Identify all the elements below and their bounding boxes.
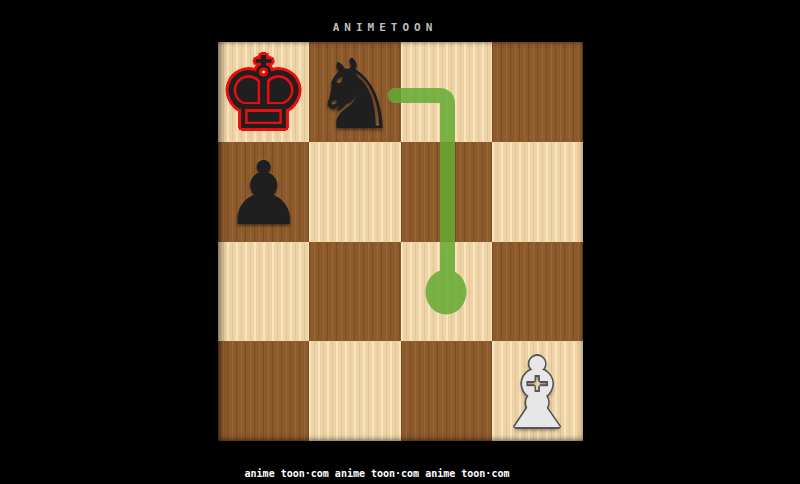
board-square[interactable] — [492, 142, 583, 242]
chess-board: ♚ ♞ ♟ ♝ — [218, 42, 583, 441]
site-title: ANIMETOON — [0, 21, 785, 34]
black-king[interactable]: ♚ — [219, 44, 309, 144]
black-pawn[interactable]: ♟ — [224, 150, 303, 238]
board-square[interactable]: ♟ — [218, 142, 309, 242]
app-window: ANIMETOON ♚ ♞ ♟ ♝ — [0, 0, 800, 484]
board-square[interactable]: ♚ — [218, 42, 309, 142]
board-square[interactable] — [401, 42, 492, 142]
black-knight[interactable]: ♞ — [311, 46, 398, 143]
watermark-line-1: anime toon·com anime toon·com anime toon… — [0, 470, 777, 478]
board-square[interactable] — [218, 242, 309, 342]
watermark-text: anime toon·com anime toon·com anime toon… — [0, 454, 800, 484]
board-square[interactable] — [218, 341, 309, 441]
board-square[interactable] — [401, 341, 492, 441]
board-square[interactable]: ♝ — [492, 341, 583, 441]
board-square[interactable] — [492, 42, 583, 142]
board-square[interactable] — [401, 142, 492, 242]
white-bishop[interactable]: ♝ — [494, 345, 581, 442]
board-square-move-target[interactable] — [401, 242, 492, 342]
board-square[interactable] — [492, 242, 583, 342]
board-square[interactable] — [309, 341, 400, 441]
board-square[interactable] — [309, 242, 400, 342]
board-square[interactable] — [309, 142, 400, 242]
board-square[interactable]: ♞ — [309, 42, 400, 142]
